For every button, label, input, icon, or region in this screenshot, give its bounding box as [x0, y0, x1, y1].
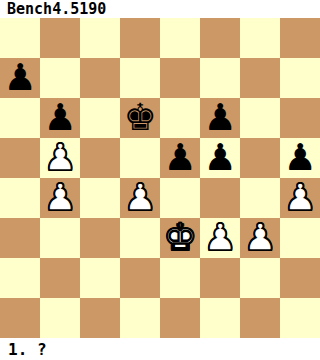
square-c5[interactable]	[80, 138, 120, 178]
square-b6[interactable]: ♟	[40, 98, 80, 138]
square-f8[interactable]	[200, 18, 240, 58]
square-b4[interactable]: ♟	[40, 178, 80, 218]
square-g2[interactable]	[240, 258, 280, 298]
square-h4[interactable]: ♟	[280, 178, 320, 218]
square-b5[interactable]: ♟	[40, 138, 80, 178]
square-a7[interactable]: ♟	[0, 58, 40, 98]
black-pawn[interactable]: ♟	[43, 98, 76, 138]
square-a5[interactable]	[0, 138, 40, 178]
square-d2[interactable]	[120, 258, 160, 298]
square-h1[interactable]	[280, 298, 320, 338]
square-g6[interactable]	[240, 98, 280, 138]
square-h6[interactable]	[280, 98, 320, 138]
square-c4[interactable]	[80, 178, 120, 218]
square-e5[interactable]: ♟	[160, 138, 200, 178]
square-g7[interactable]	[240, 58, 280, 98]
square-g3[interactable]: ♟	[240, 218, 280, 258]
square-d8[interactable]	[120, 18, 160, 58]
square-b3[interactable]	[40, 218, 80, 258]
square-e1[interactable]	[160, 298, 200, 338]
square-f1[interactable]	[200, 298, 240, 338]
square-e6[interactable]	[160, 98, 200, 138]
square-e2[interactable]	[160, 258, 200, 298]
square-f6[interactable]: ♟	[200, 98, 240, 138]
square-c2[interactable]	[80, 258, 120, 298]
square-f4[interactable]	[200, 178, 240, 218]
square-f3[interactable]: ♟	[200, 218, 240, 258]
black-king[interactable]: ♚	[123, 98, 156, 138]
black-pawn[interactable]: ♟	[283, 138, 316, 178]
square-a6[interactable]	[0, 98, 40, 138]
square-d4[interactable]: ♟	[120, 178, 160, 218]
square-d6[interactable]: ♚	[120, 98, 160, 138]
square-b1[interactable]	[40, 298, 80, 338]
chess-board: ♟♟♚♟♟♟♟♟♟♟♟♚♟♟	[0, 18, 320, 338]
square-d3[interactable]	[120, 218, 160, 258]
square-b2[interactable]	[40, 258, 80, 298]
square-h8[interactable]	[280, 18, 320, 58]
black-pawn[interactable]: ♟	[3, 58, 36, 98]
square-d5[interactable]	[120, 138, 160, 178]
white-pawn[interactable]: ♟	[43, 178, 76, 218]
status-bar: 1. ?	[0, 338, 320, 360]
square-c1[interactable]	[80, 298, 120, 338]
title-bar: Bench4.5190	[0, 0, 320, 18]
square-a2[interactable]	[0, 258, 40, 298]
window-title: Bench4.5190	[7, 0, 106, 18]
square-a3[interactable]	[0, 218, 40, 258]
square-e3[interactable]: ♚	[160, 218, 200, 258]
square-a8[interactable]	[0, 18, 40, 58]
black-pawn[interactable]: ♟	[203, 138, 236, 178]
square-g5[interactable]	[240, 138, 280, 178]
move-prompt: 1. ?	[8, 340, 47, 359]
black-pawn[interactable]: ♟	[203, 98, 236, 138]
square-f7[interactable]	[200, 58, 240, 98]
square-d7[interactable]	[120, 58, 160, 98]
square-g4[interactable]	[240, 178, 280, 218]
white-pawn[interactable]: ♟	[43, 138, 76, 178]
black-pawn[interactable]: ♟	[163, 138, 196, 178]
square-e7[interactable]	[160, 58, 200, 98]
square-a1[interactable]	[0, 298, 40, 338]
square-h5[interactable]: ♟	[280, 138, 320, 178]
white-pawn[interactable]: ♟	[123, 178, 156, 218]
square-f5[interactable]: ♟	[200, 138, 240, 178]
square-b8[interactable]	[40, 18, 80, 58]
square-d1[interactable]	[120, 298, 160, 338]
square-a4[interactable]	[0, 178, 40, 218]
square-h7[interactable]	[280, 58, 320, 98]
square-c8[interactable]	[80, 18, 120, 58]
square-c7[interactable]	[80, 58, 120, 98]
square-e8[interactable]	[160, 18, 200, 58]
square-g1[interactable]	[240, 298, 280, 338]
square-c3[interactable]	[80, 218, 120, 258]
square-e4[interactable]	[160, 178, 200, 218]
white-king[interactable]: ♚	[163, 218, 196, 258]
square-h2[interactable]	[280, 258, 320, 298]
square-b7[interactable]	[40, 58, 80, 98]
square-h3[interactable]	[280, 218, 320, 258]
square-c6[interactable]	[80, 98, 120, 138]
white-pawn[interactable]: ♟	[283, 178, 316, 218]
chess-window: Bench4.5190 ♟♟♚♟♟♟♟♟♟♟♟♚♟♟ 1. ?	[0, 0, 320, 360]
square-f2[interactable]	[200, 258, 240, 298]
square-g8[interactable]	[240, 18, 280, 58]
white-pawn[interactable]: ♟	[243, 218, 276, 258]
white-pawn[interactable]: ♟	[203, 218, 236, 258]
